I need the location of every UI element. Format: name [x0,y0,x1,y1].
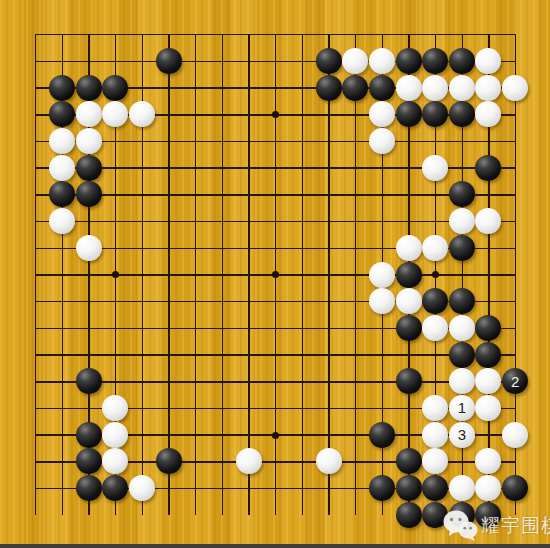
stone-black [422,48,448,74]
stone-white [502,75,528,101]
stone-white [129,475,155,501]
stone-white [422,315,448,341]
stone-white [76,235,102,261]
stone-white [396,288,422,314]
stone-white [49,155,75,181]
stone-black [76,75,102,101]
stone-white [102,448,128,474]
wechat-icon [442,509,478,542]
stone-white [369,288,395,314]
stone-black [396,368,422,394]
stone-white [236,448,262,474]
stones-layer: 213 [22,21,528,528]
stone-black [449,342,475,368]
stone-black [422,101,448,127]
move-number-label: 3 [458,427,466,442]
stone-black [396,475,422,501]
stone-white [129,101,155,127]
go-board-diagram: 213 耀宇围棋 [0,0,550,548]
stone-black [396,448,422,474]
stone-white [475,101,501,127]
stone-black [475,155,501,181]
stone-white [475,395,501,421]
stone-black [449,181,475,207]
stone-black [102,475,128,501]
stone-black [396,502,422,528]
move-number-label: 1 [458,400,466,415]
stone-white [422,75,448,101]
stone-white [342,48,368,74]
stone-black [316,75,342,101]
stone-black [422,475,448,501]
move-number-label: 2 [511,374,519,389]
stone-white [102,101,128,127]
stone-white [102,395,128,421]
watermark-text: 耀宇围棋 [481,513,550,539]
stone-black [76,368,102,394]
stone-white [422,155,448,181]
stone-black [49,101,75,127]
stone-black [449,288,475,314]
stone-black: 2 [502,368,528,394]
stone-white [102,422,128,448]
stone-white [396,235,422,261]
stone-white [49,128,75,154]
stone-white [422,395,448,421]
stone-black [396,48,422,74]
stone-black [396,101,422,127]
stone-black [396,262,422,288]
stone-white [475,475,501,501]
stone-black [76,422,102,448]
bottom-edge-strip [0,544,550,548]
stone-white [396,75,422,101]
stone-black [76,155,102,181]
stone-black [76,448,102,474]
stone-white [316,448,342,474]
stone-white [449,368,475,394]
stone-white [475,448,501,474]
stone-white [76,128,102,154]
stone-white: 3 [449,422,475,448]
stone-white [369,101,395,127]
stone-black [475,342,501,368]
stone-white [502,422,528,448]
stone-black [76,181,102,207]
stone-black [49,181,75,207]
stone-black [502,475,528,501]
stone-white [449,475,475,501]
stone-black [316,48,342,74]
stone-black [449,101,475,127]
stone-white [449,208,475,234]
stone-black [475,315,501,341]
stone-black [449,48,475,74]
stone-white [422,422,448,448]
stone-white [369,262,395,288]
stone-black [396,315,422,341]
stone-black [369,422,395,448]
stone-black [422,288,448,314]
stone-black [49,75,75,101]
stone-white [369,48,395,74]
stone-white [369,128,395,154]
stone-black [76,475,102,501]
stone-black [369,75,395,101]
watermark: 耀宇围棋 [442,509,550,542]
stone-white [49,208,75,234]
stone-white [449,75,475,101]
stone-black [449,235,475,261]
stone-white [475,208,501,234]
stone-white [422,448,448,474]
stone-white [475,368,501,394]
stone-white [422,235,448,261]
stone-white [449,315,475,341]
stone-black [102,75,128,101]
stone-white: 1 [449,395,475,421]
stone-white [76,101,102,127]
stone-black [342,75,368,101]
stone-black [156,448,182,474]
stone-black [156,48,182,74]
stone-white [475,48,501,74]
stone-white [475,75,501,101]
stone-black [369,475,395,501]
